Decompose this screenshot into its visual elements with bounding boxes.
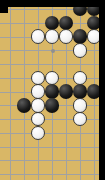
top-left-black-corner bbox=[0, 0, 8, 13]
white-stone bbox=[45, 71, 60, 86]
white-stone bbox=[31, 29, 46, 44]
black-stone bbox=[73, 29, 88, 44]
grid-hline bbox=[0, 174, 99, 175]
top-edge-black-bar bbox=[0, 0, 105, 7]
black-stone bbox=[59, 16, 74, 31]
black-stone bbox=[45, 98, 60, 113]
black-stone bbox=[45, 16, 60, 31]
white-stone bbox=[31, 84, 46, 99]
black-stone bbox=[17, 98, 32, 113]
white-stone bbox=[73, 71, 88, 86]
grid-vline bbox=[10, 0, 11, 180]
grid-hline bbox=[0, 147, 99, 148]
white-stone bbox=[73, 43, 88, 58]
grid-hline bbox=[0, 160, 99, 161]
right-edge-black-band bbox=[99, 0, 105, 180]
screenshot-stage bbox=[0, 0, 105, 180]
black-stone bbox=[45, 84, 60, 99]
star-point bbox=[51, 49, 55, 53]
white-stone bbox=[31, 71, 46, 86]
white-stone bbox=[31, 112, 46, 127]
go-board[interactable] bbox=[0, 0, 105, 180]
grid-hline bbox=[0, 133, 99, 134]
white-stone bbox=[73, 98, 88, 113]
black-stone bbox=[59, 84, 74, 99]
grid-vline bbox=[24, 0, 25, 180]
white-stone bbox=[45, 29, 60, 44]
grid-hline bbox=[0, 64, 99, 65]
white-stone bbox=[73, 112, 88, 127]
black-stone bbox=[73, 84, 88, 99]
white-stone bbox=[59, 29, 74, 44]
white-stone bbox=[31, 98, 46, 113]
white-stone bbox=[31, 126, 46, 141]
